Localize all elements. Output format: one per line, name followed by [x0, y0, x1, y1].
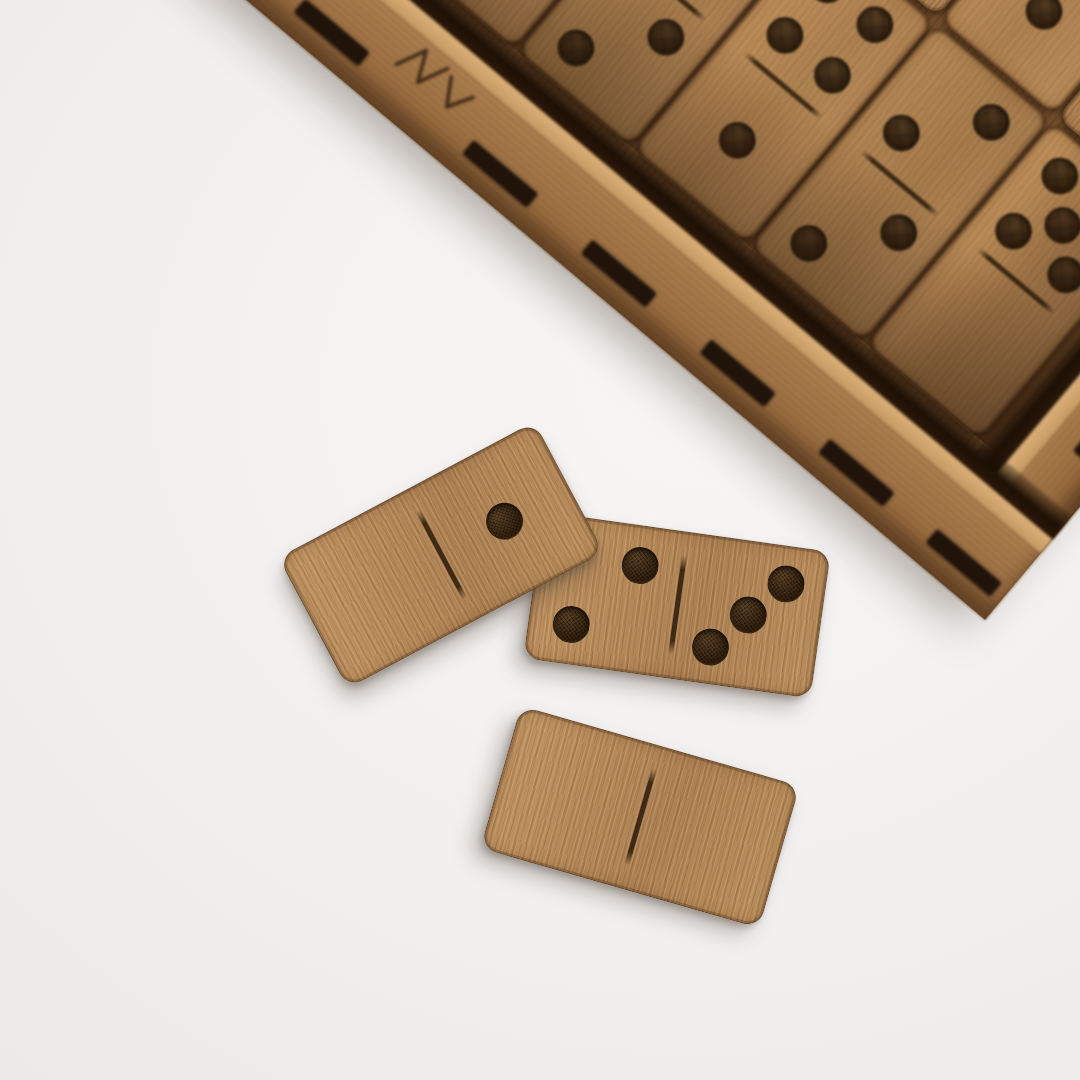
loose-domino-0-0 [480, 706, 800, 928]
pip-icon [550, 603, 592, 645]
pip-icon [480, 496, 530, 546]
photo-scene [0, 0, 1080, 1080]
loose-dominoes [0, 0, 1080, 1080]
domino-half-3 [667, 533, 830, 698]
pip-icon [765, 563, 807, 605]
pip-icon [619, 545, 661, 587]
pip-icon [690, 626, 732, 668]
pip-icon [727, 594, 769, 636]
